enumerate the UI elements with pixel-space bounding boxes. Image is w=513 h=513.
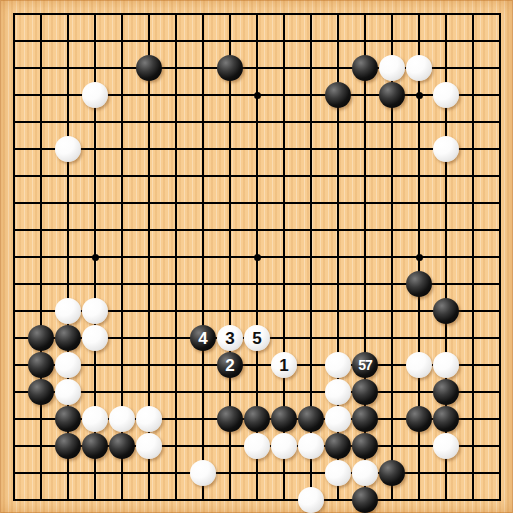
stone-white[interactable] (82, 325, 108, 351)
stone-white[interactable] (55, 352, 81, 378)
stone-black[interactable] (433, 298, 459, 324)
stone-black[interactable] (55, 325, 81, 351)
stone-black[interactable] (28, 379, 54, 405)
stone-black[interactable] (352, 55, 378, 81)
move-number-label: 5 (252, 330, 261, 347)
stone-black-move-2[interactable]: 2 (217, 352, 243, 378)
stone-white[interactable] (325, 379, 351, 405)
stone-white-move-1[interactable]: 1 (271, 352, 297, 378)
grid-line-vertical (472, 13, 474, 501)
stone-black[interactable] (379, 460, 405, 486)
stone-white[interactable] (406, 352, 432, 378)
stone-white[interactable] (190, 460, 216, 486)
stone-black-move-4[interactable]: 4 (190, 325, 216, 351)
stone-white[interactable] (433, 352, 459, 378)
stone-black[interactable] (136, 55, 162, 81)
star-point (416, 254, 423, 261)
stone-black[interactable] (433, 379, 459, 405)
move-number-label: 3 (225, 330, 234, 347)
stone-white[interactable] (82, 82, 108, 108)
stone-white[interactable] (433, 82, 459, 108)
grid-line-horizontal (13, 472, 501, 474)
stone-white[interactable] (379, 55, 405, 81)
stone-white[interactable] (55, 298, 81, 324)
move-number-label: 57 (358, 358, 372, 372)
star-point (254, 254, 261, 261)
stone-white[interactable] (298, 433, 324, 459)
stone-white[interactable] (82, 298, 108, 324)
stone-black[interactable] (433, 406, 459, 432)
stone-black[interactable] (55, 406, 81, 432)
stone-black[interactable] (352, 379, 378, 405)
stone-black[interactable] (379, 82, 405, 108)
stone-white[interactable] (433, 433, 459, 459)
stone-white[interactable] (325, 352, 351, 378)
move-number-label: 2 (225, 357, 234, 374)
stone-black[interactable] (325, 433, 351, 459)
stone-black[interactable] (28, 325, 54, 351)
stone-black[interactable] (406, 271, 432, 297)
stone-white[interactable] (271, 433, 297, 459)
stone-white[interactable] (325, 406, 351, 432)
stone-white[interactable] (55, 136, 81, 162)
stone-black[interactable] (352, 487, 378, 513)
stone-white[interactable] (244, 433, 270, 459)
stone-black[interactable] (298, 406, 324, 432)
star-point (254, 92, 261, 99)
stone-black[interactable] (352, 406, 378, 432)
stone-black[interactable] (217, 406, 243, 432)
stone-white[interactable] (433, 136, 459, 162)
stone-black[interactable] (82, 433, 108, 459)
stone-black[interactable] (406, 406, 432, 432)
stone-white-move-5[interactable]: 5 (244, 325, 270, 351)
stone-black-move-57[interactable]: 57 (352, 352, 378, 378)
grid-line-horizontal (13, 391, 501, 393)
move-number-label: 1 (279, 357, 288, 374)
stone-black[interactable] (28, 352, 54, 378)
go-diagram: 4352157 (0, 0, 513, 513)
stone-white[interactable] (82, 406, 108, 432)
stone-black[interactable] (271, 406, 297, 432)
stone-white[interactable] (298, 487, 324, 513)
star-point (416, 92, 423, 99)
grid-line-vertical (499, 13, 501, 501)
stone-black[interactable] (217, 55, 243, 81)
stone-white-move-3[interactable]: 3 (217, 325, 243, 351)
stone-black[interactable] (55, 433, 81, 459)
stone-white[interactable] (406, 55, 432, 81)
stone-white[interactable] (109, 406, 135, 432)
stone-black[interactable] (109, 433, 135, 459)
stone-white[interactable] (325, 460, 351, 486)
stone-white[interactable] (136, 433, 162, 459)
stone-black[interactable] (352, 433, 378, 459)
star-point (92, 254, 99, 261)
stone-white[interactable] (352, 460, 378, 486)
move-number-label: 4 (198, 330, 207, 347)
stone-white[interactable] (136, 406, 162, 432)
grid-line-horizontal (13, 499, 501, 501)
go-board[interactable]: 4352157 (0, 0, 513, 513)
stone-black[interactable] (325, 82, 351, 108)
stone-black[interactable] (244, 406, 270, 432)
stone-white[interactable] (55, 379, 81, 405)
